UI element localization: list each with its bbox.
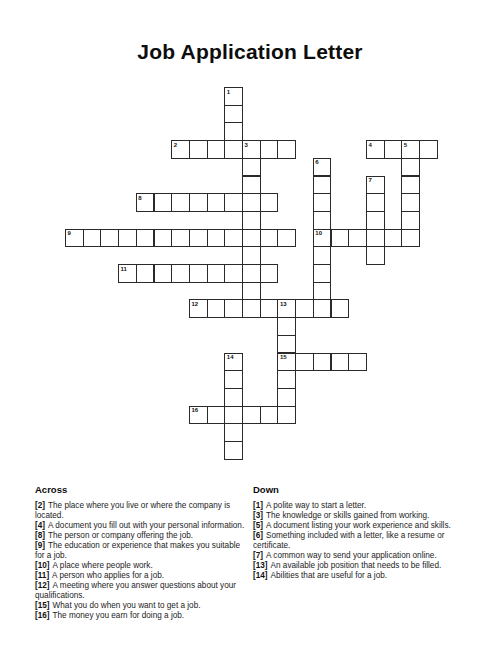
cell-r5c10[interactable] (242, 176, 261, 195)
cell-r14c12[interactable] (277, 335, 296, 354)
across-header: Across (35, 484, 248, 495)
clue-number-8: 8 (138, 195, 141, 202)
cell-r4c14[interactable]: 6 (313, 158, 332, 177)
clue-label: [2] (35, 501, 45, 510)
cell-r5c19[interactable] (401, 176, 420, 195)
cell-r17c12[interactable] (277, 388, 296, 407)
cell-r12c7[interactable]: 12 (189, 299, 208, 318)
cell-r9c10[interactable] (242, 246, 261, 265)
cell-r8c1[interactable] (83, 229, 102, 248)
clue-number-6: 6 (315, 159, 318, 166)
clue-text: The knowledge or skills gained from work… (266, 511, 429, 520)
across-clue-list: [2]The place where you live or where the… (35, 501, 248, 621)
cell-r9c17[interactable] (366, 246, 385, 265)
clue-number-13: 13 (280, 301, 287, 308)
cell-r8c17[interactable] (366, 229, 385, 248)
cell-r15c14[interactable] (313, 353, 332, 372)
cell-r5c14[interactable] (313, 176, 332, 195)
cell-r12c12[interactable]: 13 (277, 299, 296, 318)
cell-r8c10[interactable] (242, 229, 261, 248)
clue-label: [10] (35, 561, 50, 570)
clue-label: [15] (35, 601, 50, 610)
clue-number-11: 11 (121, 266, 127, 273)
cell-r10c3[interactable]: 11 (118, 264, 137, 283)
clue-text: The education or experience that makes y… (35, 541, 240, 560)
cell-r10c6[interactable] (171, 264, 190, 283)
cell-r8c4[interactable] (136, 229, 155, 248)
cell-r8c7[interactable] (189, 229, 208, 248)
clue-number-1: 1 (227, 89, 230, 96)
clue-text: The money you earn for doing a job. (53, 611, 185, 620)
clue-number-5: 5 (404, 142, 407, 149)
cell-r12c11[interactable] (260, 299, 279, 318)
cell-r7c17[interactable] (366, 211, 385, 230)
cell-r8c12[interactable] (277, 229, 296, 248)
cell-r8c5[interactable] (154, 229, 173, 248)
cell-r11c10[interactable] (242, 282, 261, 301)
clue-text: The person or company offering the job. (48, 531, 193, 540)
clue-down-13: [13]An available job position that needs… (253, 561, 482, 571)
clue-down-14: [14]Abilities that are useful for a job. (253, 571, 482, 581)
clue-down-1: [1]A polite way to start a letter. (253, 501, 482, 511)
cell-r10c10[interactable] (242, 264, 261, 283)
cell-r6c17[interactable] (366, 193, 385, 212)
cell-r8c9[interactable] (224, 229, 243, 248)
cell-r18c11[interactable] (260, 406, 279, 425)
down-clue-list: [1]A polite way to start a letter.[3]The… (253, 501, 482, 581)
clue-across-8: [8]The person or company offering the jo… (35, 531, 248, 541)
clue-number-10: 10 (315, 230, 322, 237)
cell-r18c9[interactable] (224, 406, 243, 425)
cell-r7c14[interactable] (313, 211, 332, 230)
cell-r6c10[interactable] (242, 193, 261, 212)
page-title: Job Application Letter (0, 40, 500, 64)
cell-r10c8[interactable] (207, 264, 226, 283)
cell-r3c20[interactable] (419, 140, 438, 159)
cell-r6c8[interactable] (207, 193, 226, 212)
cell-r19c9[interactable] (224, 423, 243, 442)
clue-text: What you do when you want to get a job. (53, 601, 201, 610)
cell-r12c13[interactable] (295, 299, 314, 318)
cell-r16c9[interactable] (224, 370, 243, 389)
cell-r7c19[interactable] (401, 211, 420, 230)
cell-r15c9[interactable]: 14 (224, 353, 243, 372)
cell-r8c0[interactable]: 9 (65, 229, 84, 248)
clue-label: [5] (253, 521, 263, 530)
cell-r8c15[interactable] (331, 229, 350, 248)
cell-r3c7[interactable] (189, 140, 208, 159)
clue-text: A polite way to start a letter. (266, 501, 366, 510)
clue-down-5: [5]A document listing your work experien… (253, 521, 482, 531)
clue-number-4: 4 (368, 142, 371, 149)
cell-r6c7[interactable] (189, 193, 208, 212)
clue-label: [1] (253, 501, 263, 510)
cell-r6c5[interactable] (154, 193, 173, 212)
cell-r3c9[interactable] (224, 140, 243, 159)
cell-r6c4[interactable]: 8 (136, 193, 155, 212)
cell-r10c4[interactable] (136, 264, 155, 283)
clue-label: [14] (253, 571, 268, 580)
cell-r10c9[interactable] (224, 264, 243, 283)
clue-text: An available job position that needs to … (271, 561, 442, 570)
clue-text: A document you fill out with your person… (48, 521, 244, 530)
clue-across-16: [16]The money you earn for doing a job. (35, 611, 248, 621)
clue-label: [16] (35, 611, 50, 620)
cell-r6c11[interactable] (260, 193, 279, 212)
cell-r10c14[interactable] (313, 264, 332, 283)
clue-number-3: 3 (245, 142, 248, 149)
clue-down-3: [3]The knowledge or skills gained from w… (253, 511, 482, 521)
cell-r15c15[interactable] (331, 353, 350, 372)
cell-r5c17[interactable]: 7 (366, 176, 385, 195)
clue-number-12: 12 (191, 301, 198, 308)
down-header: Down (253, 484, 482, 495)
cell-r6c6[interactable] (171, 193, 190, 212)
cell-r18c12[interactable] (277, 406, 296, 425)
cell-r20c9[interactable] (224, 441, 243, 460)
cell-r3c19[interactable]: 5 (401, 140, 420, 159)
cell-r18c8[interactable] (207, 406, 226, 425)
clue-text: Abilities that are useful for a job. (271, 571, 388, 580)
clue-number-2: 2 (174, 142, 177, 149)
cell-r3c11[interactable] (260, 140, 279, 159)
cell-r8c6[interactable] (171, 229, 190, 248)
cell-r8c14[interactable]: 10 (313, 229, 332, 248)
clue-across-10: [10]A place where people work. (35, 561, 248, 571)
cell-r18c7[interactable]: 16 (189, 406, 208, 425)
clue-number-16: 16 (191, 407, 198, 414)
cell-r11c14[interactable] (313, 282, 332, 301)
clue-text: A common way to send your application on… (266, 551, 437, 560)
cell-r9c14[interactable] (313, 246, 332, 265)
clue-label: [4] (35, 521, 45, 530)
clue-across-2: [2]The place where you live or where the… (35, 501, 248, 521)
cell-r8c19[interactable] (401, 229, 420, 248)
cell-r15c16[interactable] (348, 353, 367, 372)
cell-r8c18[interactable] (384, 229, 403, 248)
clue-label: [9] (35, 541, 45, 550)
cell-r1c9[interactable] (224, 105, 243, 124)
cell-r4c19[interactable] (401, 158, 420, 177)
clue-label: [6] (253, 531, 263, 540)
clue-across-4: [4]A document you fill out with your per… (35, 521, 248, 531)
cell-r12c9[interactable] (224, 299, 243, 318)
cell-r0c9[interactable]: 1 (224, 87, 243, 106)
clue-across-11: [11]A person who applies for a job. (35, 571, 248, 581)
cell-r8c8[interactable] (207, 229, 226, 248)
clue-down-7: [7]A common way to send your application… (253, 551, 482, 561)
cell-r3c6[interactable]: 2 (171, 140, 190, 159)
cell-r7c10[interactable] (242, 211, 261, 230)
cell-r4c10[interactable] (242, 158, 261, 177)
clue-label: [12] (35, 581, 50, 590)
cell-r3c10[interactable]: 3 (242, 140, 261, 159)
cell-r18c10[interactable] (242, 406, 261, 425)
clue-down-6: [6]Something included with a letter, lik… (253, 531, 482, 551)
cell-r15c12[interactable]: 15 (277, 353, 296, 372)
crossword-grid: 12345610789111213151416 (65, 87, 439, 461)
clue-number-7: 7 (368, 177, 371, 184)
clue-text: A person who applies for a job. (52, 571, 164, 580)
clue-text: The place where you live or where the co… (35, 501, 230, 520)
across-clues-column: Across [2]The place where you live or wh… (35, 484, 248, 621)
clue-number-15: 15 (280, 354, 287, 361)
clue-label: [8] (35, 531, 45, 540)
cell-r6c19[interactable] (401, 193, 420, 212)
cell-r8c16[interactable] (348, 229, 367, 248)
cell-r3c18[interactable] (384, 140, 403, 159)
cell-r10c11[interactable] (260, 264, 279, 283)
cell-r12c10[interactable] (242, 299, 261, 318)
cell-r13c12[interactable] (277, 317, 296, 336)
cell-r17c9[interactable] (224, 388, 243, 407)
clue-across-12: [12]A meeting where you answer questions… (35, 581, 248, 601)
clue-label: [7] (253, 551, 263, 560)
clue-label: [13] (253, 561, 268, 570)
cell-r2c9[interactable] (224, 122, 243, 141)
cell-r6c14[interactable] (313, 193, 332, 212)
cell-r12c15[interactable] (331, 299, 350, 318)
cell-r8c11[interactable] (260, 229, 279, 248)
cell-r8c2[interactable] (100, 229, 119, 248)
down-clues-column: Down [1]A polite way to start a letter.[… (253, 484, 482, 581)
clue-label: [3] (253, 511, 263, 520)
clue-text: Something included with a letter, like a… (253, 531, 444, 550)
cell-r10c7[interactable] (189, 264, 208, 283)
clue-number-9: 9 (68, 230, 71, 237)
cell-r16c12[interactable] (277, 370, 296, 389)
clue-text: A meeting where you answer questions abo… (35, 581, 236, 600)
clue-text: A document listing your work experience … (266, 521, 451, 530)
cell-r6c9[interactable] (224, 193, 243, 212)
cell-r3c12[interactable] (277, 140, 296, 159)
clue-text: A place where people work. (53, 561, 153, 570)
crossword-page: Job Application Letter 12345610789111213… (0, 0, 500, 647)
clue-across-15: [15]What you do when you want to get a j… (35, 601, 248, 611)
cell-r15c13[interactable] (295, 353, 314, 372)
cell-r3c17[interactable]: 4 (366, 140, 385, 159)
cell-r12c14[interactable] (313, 299, 332, 318)
cell-r8c3[interactable] (118, 229, 137, 248)
cell-r10c5[interactable] (154, 264, 173, 283)
clue-across-9: [9]The education or experience that make… (35, 541, 248, 561)
cell-r12c8[interactable] (207, 299, 226, 318)
clue-label: [11] (35, 571, 49, 580)
clue-number-14: 14 (227, 354, 234, 361)
cell-r3c8[interactable] (207, 140, 226, 159)
